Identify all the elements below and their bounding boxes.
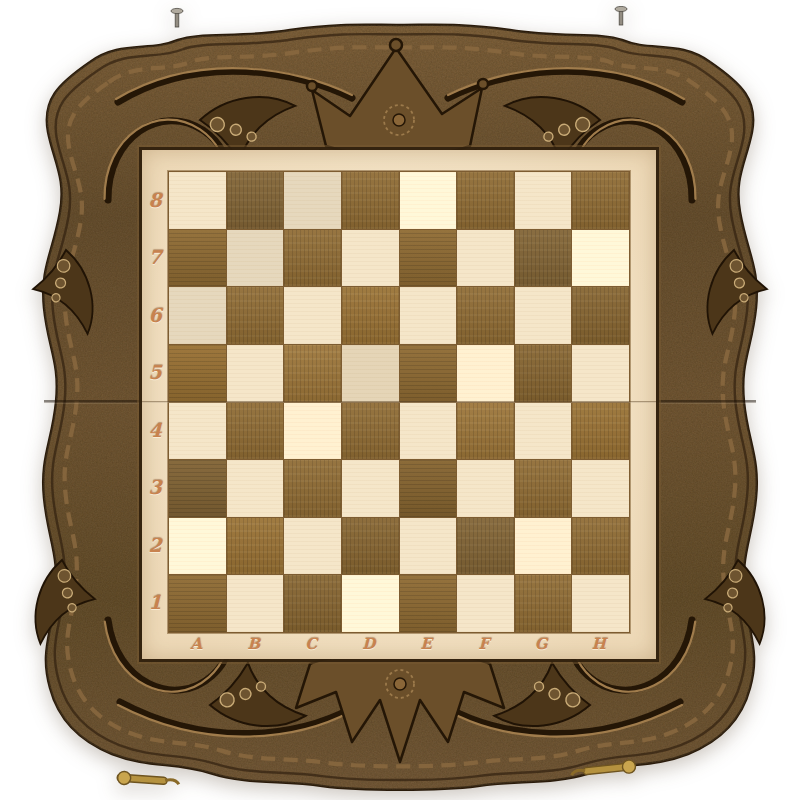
rank-label-8: 8 <box>142 171 168 229</box>
square-g2[interactable] <box>515 518 572 575</box>
clasp-left <box>117 771 180 788</box>
square-d1[interactable] <box>342 575 399 632</box>
file-labels: ABCDEFGH <box>168 631 628 657</box>
square-g5[interactable] <box>515 345 572 402</box>
square-d8[interactable] <box>342 172 399 229</box>
square-h5[interactable] <box>572 345 629 402</box>
square-h1[interactable] <box>572 575 629 632</box>
square-g4[interactable] <box>515 403 572 460</box>
square-c5[interactable] <box>284 345 341 402</box>
file-label-h: H <box>571 631 629 657</box>
square-e8[interactable] <box>400 172 457 229</box>
square-c2[interactable] <box>284 518 341 575</box>
square-a5[interactable] <box>169 345 226 402</box>
square-a1[interactable] <box>169 575 226 632</box>
square-d7[interactable] <box>342 230 399 287</box>
square-f2[interactable] <box>457 518 514 575</box>
square-c8[interactable] <box>284 172 341 229</box>
square-g3[interactable] <box>515 460 572 517</box>
square-b1[interactable] <box>227 575 284 632</box>
rank-label-4: 4 <box>142 401 168 459</box>
square-g8[interactable] <box>515 172 572 229</box>
square-b4[interactable] <box>227 403 284 460</box>
square-b3[interactable] <box>227 460 284 517</box>
square-f1[interactable] <box>457 575 514 632</box>
square-b7[interactable] <box>227 230 284 287</box>
square-f4[interactable] <box>457 403 514 460</box>
square-h4[interactable] <box>572 403 629 460</box>
square-c1[interactable] <box>284 575 341 632</box>
chess-board-case: 87654321 ABCDEFGH <box>0 0 800 800</box>
square-b5[interactable] <box>227 345 284 402</box>
rank-label-1: 1 <box>142 574 168 632</box>
square-a6[interactable] <box>169 287 226 344</box>
square-h3[interactable] <box>572 460 629 517</box>
square-f8[interactable] <box>457 172 514 229</box>
square-c6[interactable] <box>284 287 341 344</box>
square-a3[interactable] <box>169 460 226 517</box>
square-g6[interactable] <box>515 287 572 344</box>
square-a7[interactable] <box>169 230 226 287</box>
file-label-a: A <box>168 631 226 657</box>
square-b8[interactable] <box>227 172 284 229</box>
square-e5[interactable] <box>400 345 457 402</box>
rank-label-5: 5 <box>142 344 168 402</box>
file-label-b: B <box>226 631 284 657</box>
file-label-d: D <box>341 631 399 657</box>
square-h7[interactable] <box>572 230 629 287</box>
file-label-c: C <box>283 631 341 657</box>
rank-label-6: 6 <box>142 286 168 344</box>
square-d3[interactable] <box>342 460 399 517</box>
square-a4[interactable] <box>169 403 226 460</box>
square-h6[interactable] <box>572 287 629 344</box>
square-e7[interactable] <box>400 230 457 287</box>
square-f7[interactable] <box>457 230 514 287</box>
square-d2[interactable] <box>342 518 399 575</box>
square-c3[interactable] <box>284 460 341 517</box>
square-a8[interactable] <box>169 172 226 229</box>
square-f5[interactable] <box>457 345 514 402</box>
square-f3[interactable] <box>457 460 514 517</box>
hinge-pin-right <box>615 6 627 25</box>
square-d5[interactable] <box>342 345 399 402</box>
square-e6[interactable] <box>400 287 457 344</box>
square-b6[interactable] <box>227 287 284 344</box>
square-g1[interactable] <box>515 575 572 632</box>
square-e1[interactable] <box>400 575 457 632</box>
file-label-e: E <box>398 631 456 657</box>
rank-label-2: 2 <box>142 516 168 574</box>
rank-label-3: 3 <box>142 459 168 517</box>
square-c4[interactable] <box>284 403 341 460</box>
square-h2[interactable] <box>572 518 629 575</box>
file-label-g: G <box>513 631 571 657</box>
square-e2[interactable] <box>400 518 457 575</box>
file-label-f: F <box>456 631 514 657</box>
square-d6[interactable] <box>342 287 399 344</box>
square-f6[interactable] <box>457 287 514 344</box>
square-g7[interactable] <box>515 230 572 287</box>
square-c7[interactable] <box>284 230 341 287</box>
square-d4[interactable] <box>342 403 399 460</box>
square-a2[interactable] <box>169 518 226 575</box>
square-e4[interactable] <box>400 403 457 460</box>
board-fold-seam <box>142 401 656 403</box>
chess-board: 87654321 ABCDEFGH <box>142 150 656 659</box>
square-h8[interactable] <box>572 172 629 229</box>
square-e3[interactable] <box>400 460 457 517</box>
rank-label-7: 7 <box>142 229 168 287</box>
square-b2[interactable] <box>227 518 284 575</box>
hinge-pin-left <box>171 8 183 27</box>
